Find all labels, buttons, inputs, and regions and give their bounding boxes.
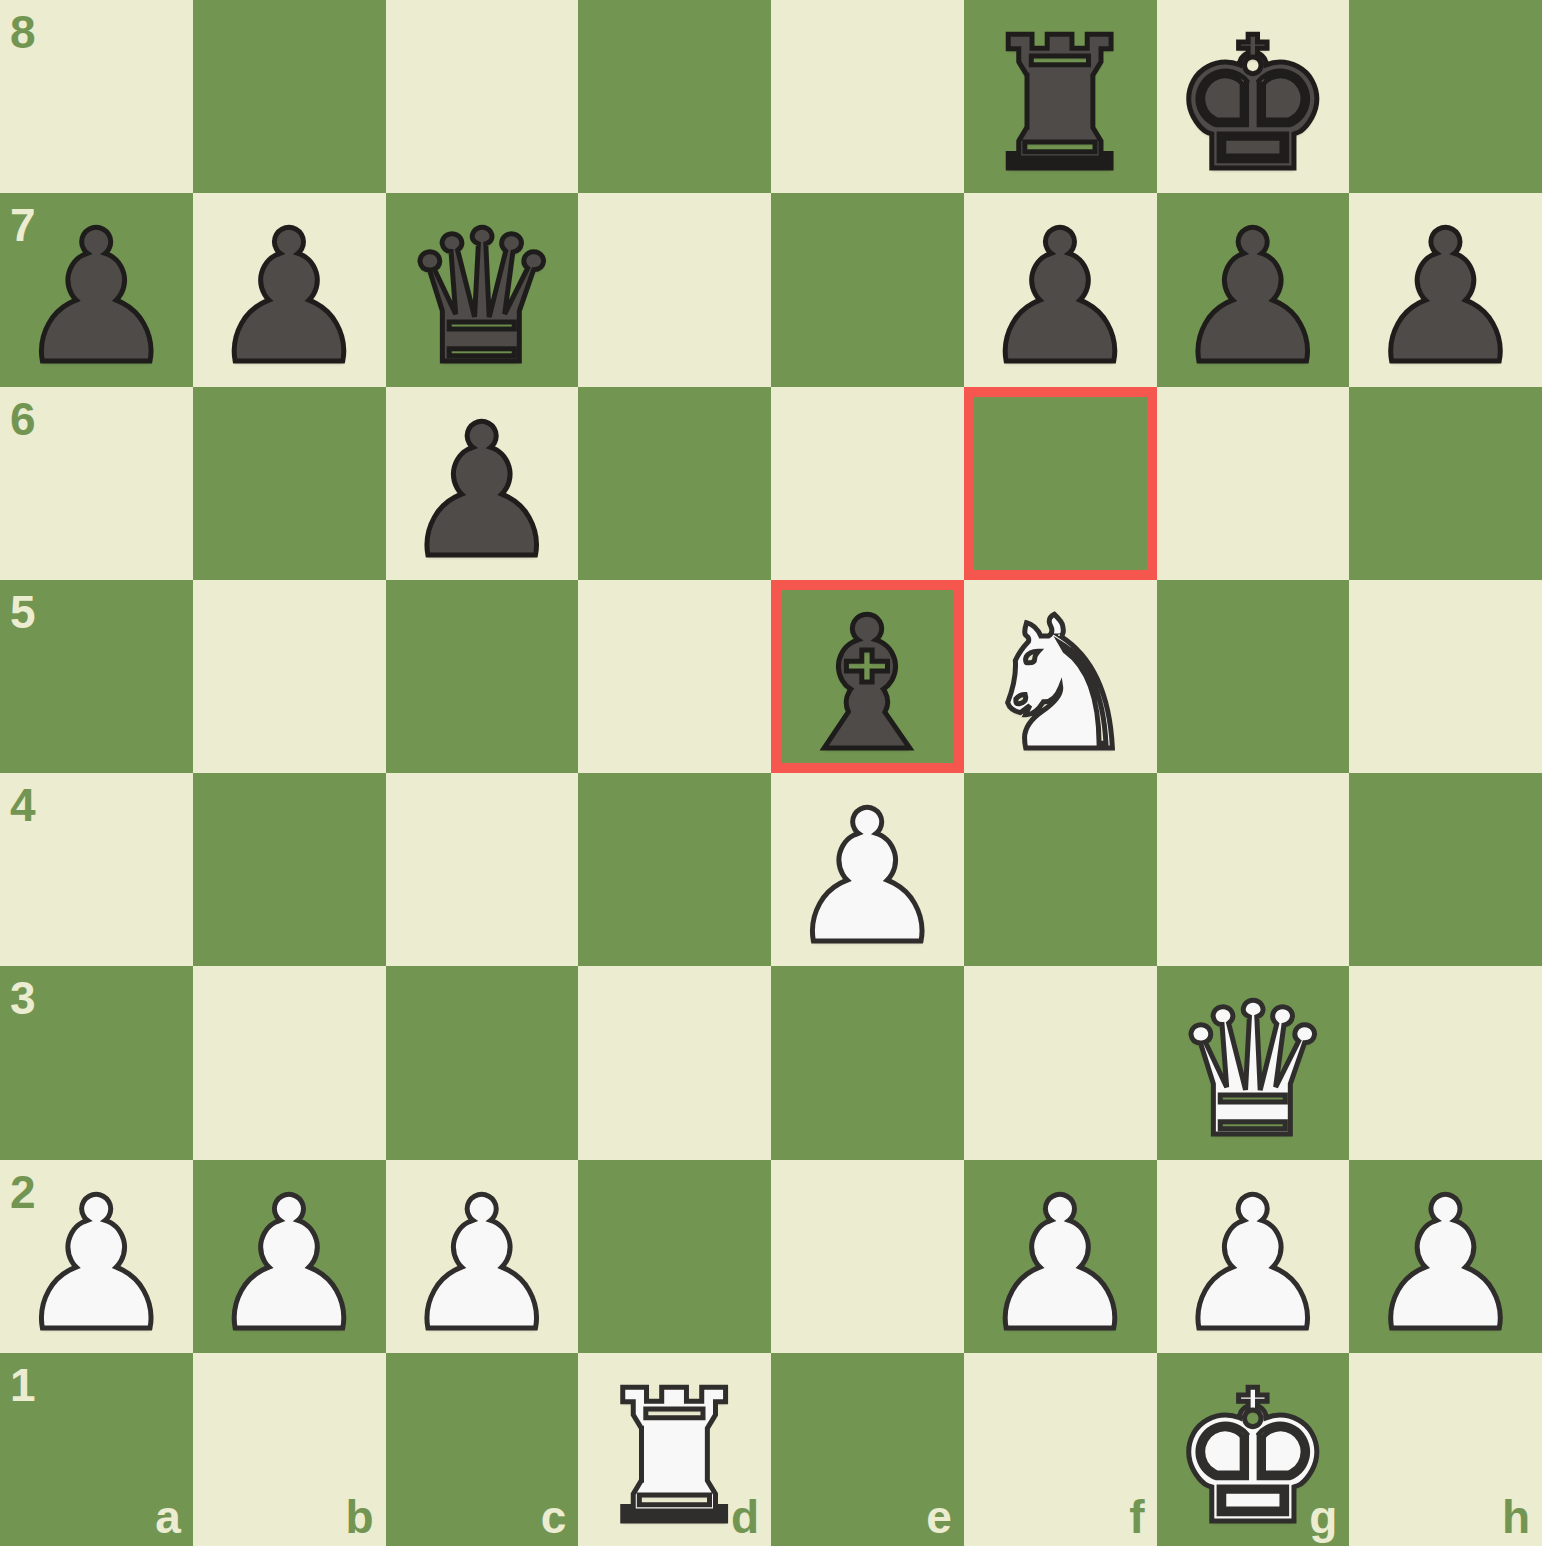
square-e5[interactable]: ♝: [771, 580, 964, 773]
square-f1[interactable]: f: [964, 1353, 1157, 1546]
square-h8[interactable]: [1349, 0, 1542, 193]
square-h3[interactable]: [1349, 966, 1542, 1159]
black-pawn[interactable]: ♟: [1364, 206, 1528, 389]
square-c8[interactable]: [386, 0, 579, 193]
square-b6[interactable]: [193, 387, 386, 580]
file-label-h: h: [1502, 1490, 1530, 1544]
square-g5[interactable]: [1157, 580, 1350, 773]
square-e7[interactable]: [771, 193, 964, 386]
square-g2[interactable]: ♟: [1157, 1160, 1350, 1353]
square-g6[interactable]: [1157, 387, 1350, 580]
chess-board: 8♜♚7♟♟♛♟♟♟6♟5♝♞4♟3♛2♟♟♟♟♟♟1abcd♜efg♚h: [0, 0, 1542, 1546]
square-h5[interactable]: [1349, 580, 1542, 773]
square-h4[interactable]: [1349, 773, 1542, 966]
square-b2[interactable]: ♟: [193, 1160, 386, 1353]
square-c6[interactable]: ♟: [386, 387, 579, 580]
black-pawn[interactable]: ♟: [1171, 206, 1335, 389]
black-pawn[interactable]: ♟: [207, 206, 371, 389]
square-f2[interactable]: ♟: [964, 1160, 1157, 1353]
white-pawn[interactable]: ♟: [1364, 1173, 1528, 1356]
square-a6[interactable]: 6: [0, 387, 193, 580]
file-label-c: c: [541, 1490, 567, 1544]
square-e3[interactable]: [771, 966, 964, 1159]
square-h1[interactable]: h: [1349, 1353, 1542, 1546]
square-a3[interactable]: 3: [0, 966, 193, 1159]
square-f6[interactable]: [964, 387, 1157, 580]
square-g8[interactable]: ♚: [1157, 0, 1350, 193]
white-pawn[interactable]: ♟: [14, 1173, 178, 1356]
square-g4[interactable]: [1157, 773, 1350, 966]
square-a7[interactable]: 7♟: [0, 193, 193, 386]
square-a2[interactable]: 2♟: [0, 1160, 193, 1353]
white-pawn[interactable]: ♟: [207, 1173, 371, 1356]
white-king[interactable]: ♚: [1171, 1366, 1335, 1546]
white-pawn[interactable]: ♟: [785, 786, 949, 969]
square-a1[interactable]: 1a: [0, 1353, 193, 1546]
black-pawn[interactable]: ♟: [978, 206, 1142, 389]
square-h7[interactable]: ♟: [1349, 193, 1542, 386]
square-d4[interactable]: [578, 773, 771, 966]
square-a5[interactable]: 5: [0, 580, 193, 773]
square-c2[interactable]: ♟: [386, 1160, 579, 1353]
white-pawn[interactable]: ♟: [400, 1173, 564, 1356]
square-a4[interactable]: 4: [0, 773, 193, 966]
square-b7[interactable]: ♟: [193, 193, 386, 386]
square-d1[interactable]: d♜: [578, 1353, 771, 1546]
square-d5[interactable]: [578, 580, 771, 773]
file-label-a: a: [155, 1490, 181, 1544]
square-d2[interactable]: [578, 1160, 771, 1353]
white-knight[interactable]: ♞: [978, 593, 1142, 776]
square-b5[interactable]: [193, 580, 386, 773]
square-d7[interactable]: [578, 193, 771, 386]
black-rook[interactable]: ♜: [978, 13, 1142, 196]
square-b1[interactable]: b: [193, 1353, 386, 1546]
square-c3[interactable]: [386, 966, 579, 1159]
white-rook[interactable]: ♜: [593, 1366, 757, 1546]
square-f4[interactable]: [964, 773, 1157, 966]
square-h6[interactable]: [1349, 387, 1542, 580]
rank-label-3: 3: [10, 971, 36, 1025]
square-e8[interactable]: [771, 0, 964, 193]
file-label-f: f: [1129, 1490, 1144, 1544]
square-b3[interactable]: [193, 966, 386, 1159]
rank-label-8: 8: [10, 5, 36, 59]
rank-label-4: 4: [10, 778, 36, 832]
square-e1[interactable]: e: [771, 1353, 964, 1546]
file-label-b: b: [345, 1490, 373, 1544]
square-d6[interactable]: [578, 387, 771, 580]
square-b8[interactable]: [193, 0, 386, 193]
file-label-e: e: [926, 1490, 952, 1544]
black-king[interactable]: ♚: [1171, 13, 1335, 196]
square-f7[interactable]: ♟: [964, 193, 1157, 386]
white-pawn[interactable]: ♟: [1171, 1173, 1335, 1356]
black-pawn[interactable]: ♟: [14, 206, 178, 389]
square-f5[interactable]: ♞: [964, 580, 1157, 773]
black-pawn[interactable]: ♟: [400, 400, 564, 583]
square-e4[interactable]: ♟: [771, 773, 964, 966]
square-f3[interactable]: [964, 966, 1157, 1159]
square-d8[interactable]: [578, 0, 771, 193]
square-g7[interactable]: ♟: [1157, 193, 1350, 386]
black-bishop[interactable]: ♝: [785, 593, 949, 776]
square-c5[interactable]: [386, 580, 579, 773]
square-f8[interactable]: ♜: [964, 0, 1157, 193]
square-g1[interactable]: g♚: [1157, 1353, 1350, 1546]
square-h2[interactable]: ♟: [1349, 1160, 1542, 1353]
black-queen[interactable]: ♛: [400, 206, 564, 389]
square-d3[interactable]: [578, 966, 771, 1159]
square-a8[interactable]: 8: [0, 0, 193, 193]
rank-label-5: 5: [10, 585, 36, 639]
square-e2[interactable]: [771, 1160, 964, 1353]
square-c1[interactable]: c: [386, 1353, 579, 1546]
square-c4[interactable]: [386, 773, 579, 966]
white-queen[interactable]: ♛: [1171, 979, 1335, 1162]
square-g3[interactable]: ♛: [1157, 966, 1350, 1159]
square-b4[interactable]: [193, 773, 386, 966]
square-e6[interactable]: [771, 387, 964, 580]
square-c7[interactable]: ♛: [386, 193, 579, 386]
white-pawn[interactable]: ♟: [978, 1173, 1142, 1356]
